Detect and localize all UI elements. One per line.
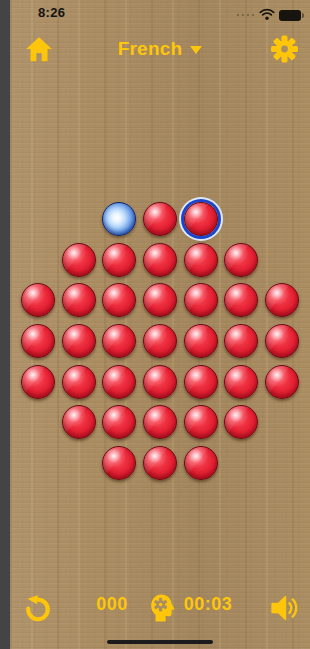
marble[interactable]: [224, 365, 258, 399]
marble[interactable]: [265, 365, 299, 399]
marble[interactable]: [143, 283, 177, 317]
cell-r2c5: [180, 240, 221, 281]
hint-button[interactable]: [145, 592, 177, 624]
cell-r3c1: [18, 280, 59, 321]
marble[interactable]: [224, 243, 258, 277]
nav-bar: French: [10, 33, 310, 65]
cell-r2c3: [99, 240, 140, 281]
marble[interactable]: [184, 365, 218, 399]
cell-r1c4: [140, 199, 181, 240]
home-indicator[interactable]: [107, 640, 213, 644]
cell-r6c2: [59, 402, 100, 443]
marble[interactable]: [184, 283, 218, 317]
cell-r5c3: [99, 361, 140, 402]
cell-r4c4: [140, 321, 181, 362]
cell-r6c5: [180, 402, 221, 443]
cell-r5c6: [221, 361, 262, 402]
marble[interactable]: [62, 405, 96, 439]
empty-hole-highlighted[interactable]: [102, 202, 136, 236]
page-title: French: [118, 38, 183, 60]
marble[interactable]: [184, 446, 218, 480]
settings-button[interactable]: [270, 35, 299, 63]
cell-r5c2: [59, 361, 100, 402]
marble[interactable]: [21, 283, 55, 317]
cell-r7c5: [180, 442, 221, 483]
cell-r2c6: [221, 240, 262, 281]
cell-r7c6: [221, 442, 262, 483]
moves-counter: 000: [80, 594, 144, 615]
marble[interactable]: [21, 324, 55, 358]
cell-r2c2: [59, 240, 100, 281]
cell-r1c3: [99, 199, 140, 240]
cell-r3c6: [221, 280, 262, 321]
marble[interactable]: [62, 283, 96, 317]
app-screen: 8:26 French: [10, 0, 310, 649]
cell-r1c6: [221, 199, 262, 240]
marble[interactable]: [102, 365, 136, 399]
cell-r4c2: [59, 321, 100, 362]
cell-r1c5: [180, 199, 221, 240]
marble[interactable]: [62, 243, 96, 277]
marble[interactable]: [265, 283, 299, 317]
cell-r3c2: [59, 280, 100, 321]
cell-r2c1: [18, 240, 59, 281]
status-bar: 8:26: [10, 0, 310, 26]
marble[interactable]: [21, 365, 55, 399]
marble[interactable]: [184, 243, 218, 277]
cell-r3c3: [99, 280, 140, 321]
marble[interactable]: [184, 324, 218, 358]
cell-r5c5: [180, 361, 221, 402]
cell-r5c7: [261, 361, 302, 402]
status-time: 8:26: [38, 5, 65, 20]
selected-marble[interactable]: [184, 202, 218, 236]
cell-r1c2: [59, 199, 100, 240]
chevron-down-icon: [190, 46, 202, 54]
marble[interactable]: [143, 243, 177, 277]
marble[interactable]: [143, 446, 177, 480]
marble[interactable]: [224, 283, 258, 317]
status-icons: [237, 6, 302, 24]
cell-r2c7: [261, 240, 302, 281]
cell-r7c7: [261, 442, 302, 483]
cell-r3c5: [180, 280, 221, 321]
marble[interactable]: [224, 324, 258, 358]
marble[interactable]: [102, 446, 136, 480]
marble[interactable]: [143, 405, 177, 439]
cell-r6c3: [99, 402, 140, 443]
cell-r7c4: [140, 442, 181, 483]
marble[interactable]: [102, 324, 136, 358]
cell-r6c6: [221, 402, 262, 443]
marble[interactable]: [224, 405, 258, 439]
sound-button[interactable]: [269, 592, 301, 624]
wifi-icon: [259, 6, 275, 24]
marble[interactable]: [102, 243, 136, 277]
cell-r4c1: [18, 321, 59, 362]
cell-r3c7: [261, 280, 302, 321]
cell-r4c5: [180, 321, 221, 362]
cell-r6c7: [261, 402, 302, 443]
cell-r3c4: [140, 280, 181, 321]
cell-r7c3: [99, 442, 140, 483]
marble[interactable]: [143, 324, 177, 358]
cell-r4c7: [261, 321, 302, 362]
battery-icon: [279, 10, 301, 21]
marble[interactable]: [184, 405, 218, 439]
marble[interactable]: [143, 202, 177, 236]
cell-r1c1: [18, 199, 59, 240]
cell-r7c2: [59, 442, 100, 483]
cell-r5c4: [140, 361, 181, 402]
marble[interactable]: [143, 365, 177, 399]
undo-button[interactable]: [22, 593, 53, 624]
marble[interactable]: [62, 365, 96, 399]
cellular-icon: [237, 14, 255, 17]
cell-r1c7: [261, 199, 302, 240]
cell-r6c4: [140, 402, 181, 443]
game-timer: 00:03: [178, 594, 238, 615]
board-selector-dropdown[interactable]: French: [10, 33, 310, 65]
cell-r6c1: [18, 402, 59, 443]
cell-r4c3: [99, 321, 140, 362]
marble[interactable]: [102, 405, 136, 439]
board: [18, 199, 302, 483]
marble[interactable]: [265, 324, 299, 358]
cell-r5c1: [18, 361, 59, 402]
cell-r4c6: [221, 321, 262, 362]
bottom-bar: 000 00:03: [10, 580, 310, 649]
cell-r2c4: [140, 240, 181, 281]
cell-r7c1: [18, 442, 59, 483]
marble[interactable]: [62, 324, 96, 358]
marble[interactable]: [102, 283, 136, 317]
